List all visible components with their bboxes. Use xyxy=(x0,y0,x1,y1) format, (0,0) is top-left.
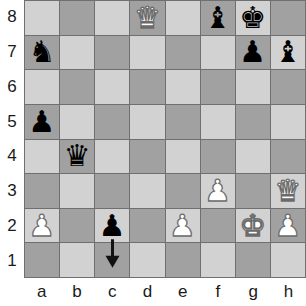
chess-diagram: 87654321 ♛♝♚♞♟♝♟♛♟♛♟♟♟♚♟ abcdefgh xyxy=(0,0,306,306)
file-label-h: h xyxy=(271,278,306,306)
rank-label-5: 5 xyxy=(0,104,24,139)
square-h8[interactable] xyxy=(271,1,305,35)
square-b4[interactable]: ♛ xyxy=(60,140,94,174)
white-queen-h3: ♛ xyxy=(274,176,301,206)
square-f7[interactable] xyxy=(201,36,235,70)
square-h2[interactable]: ♟ xyxy=(271,209,305,243)
square-f1[interactable] xyxy=(201,243,235,277)
file-label-e: e xyxy=(165,278,200,306)
file-label-f: f xyxy=(200,278,235,306)
square-b7[interactable] xyxy=(60,36,94,70)
square-g4[interactable] xyxy=(236,140,270,174)
white-pawn-h2: ♟ xyxy=(274,211,301,241)
square-d1[interactable] xyxy=(130,243,164,277)
square-d7[interactable] xyxy=(130,36,164,70)
square-a7[interactable]: ♞ xyxy=(25,36,59,70)
square-b5[interactable] xyxy=(60,105,94,139)
file-label-g: g xyxy=(236,278,271,306)
black-pawn-c2: ♟ xyxy=(99,211,126,241)
white-pawn-f3: ♟ xyxy=(204,176,231,206)
square-a1[interactable] xyxy=(25,243,59,277)
black-bishop-f8: ♝ xyxy=(204,3,231,33)
square-c5[interactable] xyxy=(95,105,129,139)
square-a4[interactable] xyxy=(25,140,59,174)
square-e1[interactable] xyxy=(166,243,200,277)
square-f8[interactable]: ♝ xyxy=(201,1,235,35)
file-labels: abcdefgh xyxy=(24,278,306,306)
square-d2[interactable] xyxy=(130,209,164,243)
square-a8[interactable] xyxy=(25,1,59,35)
white-pawn-a2: ♟ xyxy=(29,211,56,241)
file-label-a: a xyxy=(24,278,59,306)
square-e4[interactable] xyxy=(166,140,200,174)
square-f5[interactable] xyxy=(201,105,235,139)
square-f3[interactable]: ♟ xyxy=(201,174,235,208)
black-king-g8: ♚ xyxy=(239,3,266,33)
square-e3[interactable] xyxy=(166,174,200,208)
file-label-c: c xyxy=(95,278,130,306)
square-g8[interactable]: ♚ xyxy=(236,1,270,35)
square-h3[interactable]: ♛ xyxy=(271,174,305,208)
square-a2[interactable]: ♟ xyxy=(25,209,59,243)
square-g1[interactable] xyxy=(236,243,270,277)
square-e7[interactable] xyxy=(166,36,200,70)
square-c6[interactable] xyxy=(95,70,129,104)
square-e2[interactable]: ♟ xyxy=(166,209,200,243)
rank-label-4: 4 xyxy=(0,139,24,174)
square-h1[interactable] xyxy=(271,243,305,277)
chess-board: ♛♝♚♞♟♝♟♛♟♛♟♟♟♚♟ xyxy=(24,0,306,278)
black-queen-b4: ♛ xyxy=(64,141,91,171)
black-knight-a7: ♞ xyxy=(29,37,56,67)
square-a5[interactable]: ♟ xyxy=(25,105,59,139)
square-c2[interactable]: ♟ xyxy=(95,209,129,243)
square-g3[interactable] xyxy=(236,174,270,208)
rank-label-1: 1 xyxy=(0,243,24,278)
square-a6[interactable] xyxy=(25,70,59,104)
square-d6[interactable] xyxy=(130,70,164,104)
square-c7[interactable] xyxy=(95,36,129,70)
square-h4[interactable] xyxy=(271,140,305,174)
square-b8[interactable] xyxy=(60,1,94,35)
square-b6[interactable] xyxy=(60,70,94,104)
square-c3[interactable] xyxy=(95,174,129,208)
square-g2[interactable]: ♚ xyxy=(236,209,270,243)
white-queen-d8: ♛ xyxy=(134,3,161,33)
square-c4[interactable] xyxy=(95,140,129,174)
square-d4[interactable] xyxy=(130,140,164,174)
square-d8[interactable]: ♛ xyxy=(130,1,164,35)
rank-label-6: 6 xyxy=(0,70,24,105)
white-pawn-e2: ♟ xyxy=(169,211,196,241)
square-h5[interactable] xyxy=(271,105,305,139)
square-h6[interactable] xyxy=(271,70,305,104)
black-bishop-h7: ♝ xyxy=(274,37,301,67)
black-pawn-g7: ♟ xyxy=(239,37,266,67)
square-d5[interactable] xyxy=(130,105,164,139)
square-d3[interactable] xyxy=(130,174,164,208)
rank-label-8: 8 xyxy=(0,0,24,35)
square-f2[interactable] xyxy=(201,209,235,243)
square-g7[interactable]: ♟ xyxy=(236,36,270,70)
square-e8[interactable] xyxy=(166,1,200,35)
rank-label-7: 7 xyxy=(0,35,24,70)
square-c1[interactable] xyxy=(95,243,129,277)
square-c8[interactable] xyxy=(95,1,129,35)
square-e6[interactable] xyxy=(166,70,200,104)
square-g5[interactable] xyxy=(236,105,270,139)
file-label-b: b xyxy=(59,278,94,306)
square-f4[interactable] xyxy=(201,140,235,174)
square-b1[interactable] xyxy=(60,243,94,277)
rank-label-2: 2 xyxy=(0,209,24,244)
square-h7[interactable]: ♝ xyxy=(271,36,305,70)
file-label-d: d xyxy=(130,278,165,306)
square-a3[interactable] xyxy=(25,174,59,208)
white-king-g2: ♚ xyxy=(239,211,266,241)
black-pawn-a5: ♟ xyxy=(29,107,56,137)
rank-labels: 87654321 xyxy=(0,0,24,278)
square-g6[interactable] xyxy=(236,70,270,104)
rank-label-3: 3 xyxy=(0,174,24,209)
square-e5[interactable] xyxy=(166,105,200,139)
square-b3[interactable] xyxy=(60,174,94,208)
square-f6[interactable] xyxy=(201,70,235,104)
square-b2[interactable] xyxy=(60,209,94,243)
